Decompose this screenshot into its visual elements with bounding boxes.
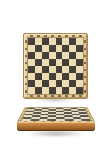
dark-square (76, 59, 83, 66)
coordinate-mark-top (79, 35, 81, 37)
dark-square (56, 80, 63, 87)
coordinate-mark-right (84, 90, 86, 92)
coordinate-mark-left (25, 83, 27, 85)
coordinate-mark-bottom (51, 95, 53, 97)
light-square (76, 80, 83, 87)
light-square (35, 66, 42, 73)
dark-square (69, 66, 76, 73)
coordinate-mark-top (72, 35, 74, 37)
dark-square (49, 45, 56, 52)
light-square (28, 73, 35, 80)
dark-square (62, 45, 69, 52)
coordinate-mark-right (84, 69, 86, 71)
coordinate-mark-right (84, 62, 86, 64)
dark-square (69, 80, 76, 87)
dark-square (69, 52, 76, 59)
light-square (56, 87, 63, 94)
dark-square (35, 59, 42, 66)
board-grid (28, 38, 83, 94)
coordinate-mark-right (89, 116, 91, 117)
dark-square (28, 52, 35, 59)
light-square (35, 80, 42, 87)
coordinate-mark-left (25, 40, 27, 42)
coordinate-mark-bottom (44, 95, 46, 97)
light-square (49, 38, 56, 45)
coordinate-mark-left (25, 55, 27, 57)
dark-square (42, 52, 49, 59)
light-square (56, 45, 63, 52)
coordinate-mark-right (84, 48, 86, 50)
dark-square (28, 80, 35, 87)
coordinate-mark-top (37, 35, 39, 37)
board-front-edge (17, 122, 95, 131)
light-square (35, 38, 42, 45)
coordinate-mark-right (84, 40, 86, 42)
light-square (42, 73, 49, 80)
coordinate-mark-left (25, 48, 27, 50)
light-square (28, 45, 35, 52)
light-square (69, 45, 76, 52)
coordinate-mark-bottom (30, 95, 32, 97)
light-square (62, 66, 69, 73)
coordinate-mark-left (25, 90, 27, 92)
coordinate-mark-bottom (58, 95, 60, 97)
coordinate-mark-bottom (37, 95, 39, 97)
coordinate-mark-right (84, 55, 86, 57)
coordinate-mark-left (25, 76, 27, 78)
dark-square (28, 66, 35, 73)
dark-square (35, 73, 42, 80)
chessboard-top-view (23, 33, 88, 99)
light-square (76, 38, 83, 45)
light-square (42, 45, 49, 52)
coordinate-mark-top (44, 35, 46, 37)
coordinate-mark-top (30, 35, 32, 37)
coordinate-mark-bottom (72, 95, 74, 97)
coordinate-mark-top (58, 35, 60, 37)
dark-square (49, 59, 56, 66)
light-square (42, 59, 49, 66)
dark-square (42, 66, 49, 73)
light-square (35, 52, 42, 59)
dark-square (76, 87, 83, 94)
light-square (76, 66, 83, 73)
light-square (69, 59, 76, 66)
dark-square (56, 66, 63, 73)
light-square (56, 73, 63, 80)
dark-square (56, 38, 63, 45)
dark-square (35, 87, 42, 94)
coordinate-mark-right (84, 76, 86, 78)
coordinate-mark-right (91, 120, 93, 121)
light-square (42, 87, 49, 94)
light-square (28, 59, 35, 66)
coordinate-mark-top (65, 35, 67, 37)
board-grid (21, 108, 90, 121)
chessboard-perspective-view (16, 105, 96, 143)
dark-square (62, 59, 69, 66)
coordinate-mark-right (84, 83, 86, 85)
product-photo (0, 0, 106, 150)
light-square (56, 59, 63, 66)
dark-square (76, 73, 83, 80)
coordinate-mark-left (25, 62, 27, 64)
light-square (69, 87, 76, 94)
light-square (62, 52, 69, 59)
coordinate-mark-top (51, 35, 53, 37)
coordinate-mark-right (88, 114, 90, 115)
light-square (62, 80, 69, 87)
light-square (28, 87, 35, 94)
dark-square (35, 45, 42, 52)
coordinate-mark-bottom (79, 95, 81, 97)
light-square (49, 80, 56, 87)
coordinate-mark-bottom (65, 95, 67, 97)
dark-square (49, 73, 56, 80)
coordinate-mark-right (90, 118, 92, 119)
dark-square (28, 38, 35, 45)
dark-square (42, 80, 49, 87)
dark-square (62, 87, 69, 94)
light-square (49, 66, 56, 73)
coordinate-mark-left (25, 69, 27, 71)
light-square (49, 52, 56, 59)
dark-square (69, 38, 76, 45)
dark-square (42, 38, 49, 45)
light-square (69, 73, 76, 80)
light-square (62, 38, 69, 45)
dark-square (49, 87, 56, 94)
board-top-surface (17, 107, 95, 122)
dark-square (76, 45, 83, 52)
light-square (76, 52, 83, 59)
dark-square (62, 73, 69, 80)
dark-square (56, 52, 63, 59)
